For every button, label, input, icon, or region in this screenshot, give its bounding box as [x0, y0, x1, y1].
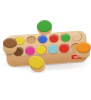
loose-disc-orange[interactable] [75, 42, 91, 59]
product-photo: goki [0, 0, 91, 100]
brown-felt-top [3, 38, 17, 48]
disc-teal[interactable] [47, 44, 58, 54]
slot-front-3 [36, 44, 48, 56]
slot-front-5 [59, 42, 71, 54]
slot-back-6 [72, 31, 84, 42]
slot-front-4 [47, 43, 59, 55]
disc-green[interactable] [61, 33, 71, 42]
orange-felt-top [76, 42, 91, 53]
disc-blue[interactable] [38, 35, 48, 44]
loose-disc-green[interactable] [36, 19, 53, 36]
disc-wood[interactable] [72, 33, 82, 42]
recess [26, 36, 37, 45]
loose-disc-yellow[interactable] [27, 55, 47, 73]
disc-red[interactable] [49, 34, 59, 43]
loose-disc-brown[interactable] [2, 38, 17, 55]
